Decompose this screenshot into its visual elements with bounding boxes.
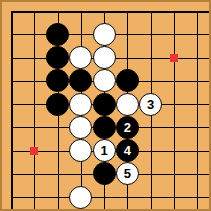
stone-black [46, 46, 69, 69]
go-board: 32145 [2, 2, 209, 209]
red-square-marker [30, 147, 38, 155]
stone-white-move-1: 1 [93, 139, 116, 162]
red-square-marker [170, 54, 178, 62]
stone-black [46, 69, 69, 92]
stone-black [93, 162, 116, 185]
stone-white [69, 186, 92, 209]
stone-white [69, 46, 92, 69]
stone-white-move-5: 5 [116, 162, 139, 185]
stone-white [93, 23, 116, 46]
stone-black [46, 93, 69, 116]
stone-white [93, 46, 116, 69]
stone-black-move-2: 2 [116, 116, 139, 139]
stone-black [116, 69, 139, 92]
move-number-label: 4 [124, 144, 131, 157]
stone-white [69, 139, 92, 162]
move-number-label: 3 [147, 98, 154, 111]
stone-white [69, 93, 92, 116]
move-number-label: 5 [124, 167, 131, 180]
stone-white [69, 116, 92, 139]
stone-black [69, 69, 92, 92]
move-number-label: 1 [100, 144, 107, 157]
stone-white-move-3: 3 [139, 93, 162, 116]
stone-white [116, 93, 139, 116]
go-board-frame: 32145 [0, 0, 211, 211]
stone-white [93, 69, 116, 92]
stone-black-move-4: 4 [116, 139, 139, 162]
stones-layer: 32145 [2, 2, 209, 209]
move-number-label: 2 [124, 121, 131, 134]
stone-black [46, 23, 69, 46]
stone-black [93, 93, 116, 116]
stone-black [93, 116, 116, 139]
